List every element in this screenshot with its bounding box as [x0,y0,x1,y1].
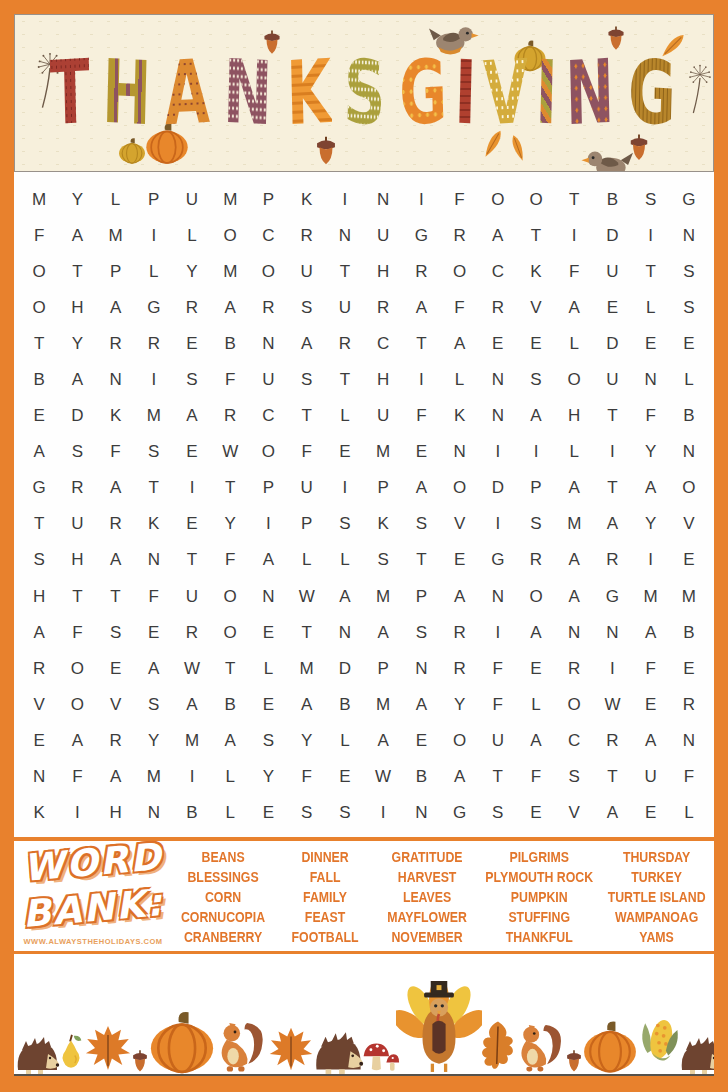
grid-cell[interactable]: V [20,686,58,722]
grid-cell[interactable]: A [402,289,440,325]
grid-cell[interactable]: N [593,614,631,650]
grid-cell[interactable]: I [479,434,517,470]
grid-cell[interactable]: L [670,795,708,831]
grid-cell[interactable]: T [326,253,364,289]
grid-cell[interactable]: S [364,542,402,578]
grid-cell[interactable]: F [288,759,326,795]
grid-cell[interactable]: O [20,289,58,325]
grid-cell[interactable]: V [96,686,134,722]
grid-cell[interactable]: M [288,650,326,686]
grid-cell[interactable]: E [249,795,287,831]
grid-cell[interactable]: E [20,398,58,434]
grid-cell[interactable]: B [173,795,211,831]
grid-cell[interactable]: T [517,217,555,253]
grid-cell[interactable]: R [440,650,478,686]
grid-cell[interactable]: F [555,253,593,289]
grid-cell[interactable]: E [249,686,287,722]
grid-cell[interactable]: D [58,398,96,434]
grid-cell[interactable]: R [20,650,58,686]
grid-cell[interactable]: R [593,722,631,758]
grid-cell[interactable]: T [555,181,593,217]
grid-cell[interactable]: M [632,578,670,614]
grid-cell[interactable]: L [135,253,173,289]
grid-cell[interactable]: U [173,578,211,614]
grid-cell[interactable]: T [593,759,631,795]
grid-cell[interactable]: S [402,614,440,650]
grid-cell[interactable]: I [593,650,631,686]
grid-cell[interactable]: A [58,361,96,397]
grid-cell[interactable]: M [20,181,58,217]
grid-cell[interactable]: A [20,434,58,470]
grid-cell[interactable]: E [173,325,211,361]
grid-cell[interactable]: F [96,434,134,470]
grid-cell[interactable]: E [517,795,555,831]
grid-cell[interactable]: Y [135,722,173,758]
grid-cell[interactable]: O [211,217,249,253]
grid-cell[interactable]: R [58,470,96,506]
grid-cell[interactable]: S [135,686,173,722]
grid-cell[interactable]: T [288,398,326,434]
grid-cell[interactable]: U [288,253,326,289]
grid-cell[interactable]: D [593,325,631,361]
grid-cell[interactable]: S [670,289,708,325]
grid-cell[interactable]: E [479,325,517,361]
grid-cell[interactable]: Y [58,181,96,217]
grid-cell[interactable]: L [517,686,555,722]
grid-cell[interactable]: A [593,795,631,831]
grid-cell[interactable]: G [593,578,631,614]
grid-cell[interactable]: P [288,506,326,542]
grid-cell[interactable]: R [249,289,287,325]
grid-cell[interactable]: O [517,181,555,217]
grid-cell[interactable]: T [402,542,440,578]
grid-cell[interactable]: S [517,506,555,542]
grid-cell[interactable]: S [632,181,670,217]
grid-cell[interactable]: S [288,289,326,325]
grid-cell[interactable]: P [517,470,555,506]
grid-cell[interactable]: Y [632,434,670,470]
grid-cell[interactable]: S [326,795,364,831]
grid-cell[interactable]: V [440,506,478,542]
grid-cell[interactable]: T [96,578,134,614]
grid-cell[interactable]: A [173,686,211,722]
grid-cell[interactable]: L [632,289,670,325]
grid-cell[interactable]: F [440,181,478,217]
grid-cell[interactable]: M [364,686,402,722]
grid-cell[interactable]: I [58,795,96,831]
grid-cell[interactable]: R [670,686,708,722]
grid-cell[interactable]: B [211,686,249,722]
grid-cell[interactable]: S [288,795,326,831]
grid-cell[interactable]: L [288,542,326,578]
grid-cell[interactable]: R [479,289,517,325]
grid-cell[interactable]: L [326,398,364,434]
grid-cell[interactable]: P [135,181,173,217]
grid-cell[interactable]: E [326,759,364,795]
grid-cell[interactable]: Y [249,759,287,795]
grid-cell[interactable]: S [555,759,593,795]
grid-cell[interactable]: F [58,759,96,795]
grid-cell[interactable]: I [593,434,631,470]
grid-cell[interactable]: M [135,759,173,795]
grid-cell[interactable]: E [632,795,670,831]
grid-cell[interactable]: R [593,542,631,578]
grid-cell[interactable]: O [211,614,249,650]
grid-cell[interactable]: A [211,289,249,325]
grid-cell[interactable]: H [96,795,134,831]
grid-cell[interactable]: I [632,217,670,253]
grid-cell[interactable]: U [479,722,517,758]
grid-cell[interactable]: W [173,650,211,686]
grid-cell[interactable]: N [479,398,517,434]
grid-cell[interactable]: V [517,289,555,325]
grid-cell[interactable]: C [479,253,517,289]
grid-cell[interactable]: N [402,650,440,686]
grid-cell[interactable]: H [555,398,593,434]
grid-cell[interactable]: C [555,722,593,758]
grid-cell[interactable]: F [479,650,517,686]
grid-cell[interactable]: E [402,722,440,758]
grid-cell[interactable]: O [479,181,517,217]
grid-cell[interactable]: A [364,722,402,758]
grid-cell[interactable]: A [593,506,631,542]
grid-cell[interactable]: A [364,614,402,650]
grid-cell[interactable]: R [96,506,134,542]
grid-cell[interactable]: I [326,181,364,217]
grid-cell[interactable]: E [20,722,58,758]
grid-cell[interactable]: L [211,759,249,795]
grid-cell[interactable]: A [211,722,249,758]
grid-cell[interactable]: Y [440,686,478,722]
grid-cell[interactable]: A [288,325,326,361]
grid-cell[interactable]: N [670,722,708,758]
grid-cell[interactable]: I [135,361,173,397]
grid-cell[interactable]: A [173,398,211,434]
grid-cell[interactable]: R [517,542,555,578]
grid-cell[interactable]: A [479,217,517,253]
grid-cell[interactable]: Y [632,506,670,542]
grid-cell[interactable]: K [517,253,555,289]
grid-cell[interactable]: I [173,470,211,506]
grid-cell[interactable]: W [211,434,249,470]
grid-cell[interactable]: S [326,506,364,542]
grid-cell[interactable]: A [632,470,670,506]
grid-cell[interactable]: E [632,325,670,361]
grid-cell[interactable]: B [670,398,708,434]
grid-cell[interactable]: L [326,722,364,758]
grid-cell[interactable]: Y [58,325,96,361]
grid-cell[interactable]: M [364,578,402,614]
grid-cell[interactable]: S [96,614,134,650]
grid-cell[interactable]: Y [173,253,211,289]
grid-cell[interactable]: O [440,470,478,506]
grid-cell[interactable]: L [555,434,593,470]
grid-cell[interactable]: I [479,506,517,542]
grid-cell[interactable]: E [249,614,287,650]
grid-cell[interactable]: O [670,470,708,506]
grid-cell[interactable]: S [173,361,211,397]
grid-cell[interactable]: L [326,542,364,578]
grid-cell[interactable]: Y [288,722,326,758]
grid-cell[interactable]: S [58,434,96,470]
grid-cell[interactable]: I [173,759,211,795]
grid-cell[interactable]: T [593,398,631,434]
grid-cell[interactable]: Y [211,506,249,542]
grid-cell[interactable]: H [20,578,58,614]
word-search-grid[interactable]: MYLPUMPKINIFOOTBSGFAMILOCRNUGRATIDINOTPL… [20,181,708,831]
grid-cell[interactable]: A [517,398,555,434]
grid-cell[interactable]: A [632,722,670,758]
grid-cell[interactable]: E [670,650,708,686]
grid-cell[interactable]: A [555,578,593,614]
grid-cell[interactable]: A [20,614,58,650]
grid-cell[interactable]: S [402,506,440,542]
grid-cell[interactable]: N [670,434,708,470]
grid-cell[interactable]: U [58,506,96,542]
grid-cell[interactable]: N [555,614,593,650]
grid-cell[interactable]: G [440,795,478,831]
grid-cell[interactable]: N [364,181,402,217]
grid-cell[interactable]: I [402,181,440,217]
grid-cell[interactable]: S [135,434,173,470]
grid-cell[interactable]: G [135,289,173,325]
grid-cell[interactable]: W [593,686,631,722]
grid-cell[interactable]: I [402,361,440,397]
grid-cell[interactable]: F [632,650,670,686]
grid-cell[interactable]: E [632,686,670,722]
grid-cell[interactable]: K [440,398,478,434]
grid-cell[interactable]: C [249,398,287,434]
grid-cell[interactable]: A [58,217,96,253]
grid-cell[interactable]: U [288,470,326,506]
grid-cell[interactable]: A [440,759,478,795]
grid-cell[interactable]: O [20,253,58,289]
grid-cell[interactable]: F [288,434,326,470]
grid-cell[interactable]: E [135,614,173,650]
grid-cell[interactable]: E [593,289,631,325]
grid-cell[interactable]: C [249,217,287,253]
grid-cell[interactable]: N [670,217,708,253]
grid-cell[interactable]: F [211,361,249,397]
grid-cell[interactable]: O [58,650,96,686]
grid-cell[interactable]: T [211,470,249,506]
grid-cell[interactable]: E [670,542,708,578]
grid-cell[interactable]: T [288,614,326,650]
grid-cell[interactable]: O [249,253,287,289]
grid-cell[interactable]: T [402,325,440,361]
grid-cell[interactable]: H [58,289,96,325]
grid-cell[interactable]: U [632,759,670,795]
grid-cell[interactable]: I [479,614,517,650]
grid-cell[interactable]: F [20,217,58,253]
grid-cell[interactable]: O [211,578,249,614]
grid-cell[interactable]: P [364,650,402,686]
grid-cell[interactable]: M [211,253,249,289]
grid-cell[interactable]: A [288,686,326,722]
grid-cell[interactable]: R [326,325,364,361]
grid-cell[interactable]: I [364,795,402,831]
grid-cell[interactable]: E [517,650,555,686]
grid-cell[interactable]: A [249,542,287,578]
grid-cell[interactable]: M [670,578,708,614]
grid-cell[interactable]: A [440,578,478,614]
grid-cell[interactable]: P [402,578,440,614]
grid-cell[interactable]: H [364,253,402,289]
grid-cell[interactable]: E [517,325,555,361]
grid-cell[interactable]: R [211,398,249,434]
grid-cell[interactable]: A [517,614,555,650]
grid-cell[interactable]: T [211,650,249,686]
grid-cell[interactable]: L [211,795,249,831]
grid-cell[interactable]: E [326,434,364,470]
grid-cell[interactable]: G [20,470,58,506]
grid-cell[interactable]: P [249,181,287,217]
grid-cell[interactable]: R [555,650,593,686]
grid-cell[interactable]: G [670,181,708,217]
grid-cell[interactable]: M [211,181,249,217]
grid-cell[interactable]: L [670,361,708,397]
grid-cell[interactable]: B [211,325,249,361]
grid-cell[interactable]: R [402,253,440,289]
grid-cell[interactable]: E [402,434,440,470]
grid-cell[interactable]: M [96,217,134,253]
grid-cell[interactable]: R [173,614,211,650]
grid-cell[interactable]: D [326,650,364,686]
grid-cell[interactable]: O [555,686,593,722]
grid-cell[interactable]: A [326,578,364,614]
grid-cell[interactable]: T [326,361,364,397]
grid-cell[interactable]: E [173,506,211,542]
grid-cell[interactable]: S [479,795,517,831]
grid-cell[interactable]: T [593,470,631,506]
grid-cell[interactable]: B [20,361,58,397]
grid-cell[interactable]: V [555,795,593,831]
grid-cell[interactable]: E [440,542,478,578]
grid-cell[interactable]: M [173,722,211,758]
grid-cell[interactable]: G [479,542,517,578]
grid-cell[interactable]: A [402,470,440,506]
grid-cell[interactable]: D [479,470,517,506]
grid-cell[interactable]: P [96,253,134,289]
grid-cell[interactable]: L [173,217,211,253]
grid-cell[interactable]: N [249,325,287,361]
grid-cell[interactable]: B [326,686,364,722]
grid-cell[interactable]: U [364,217,402,253]
grid-cell[interactable]: A [96,542,134,578]
grid-cell[interactable]: A [632,614,670,650]
grid-cell[interactable]: R [288,217,326,253]
grid-cell[interactable]: B [670,614,708,650]
grid-cell[interactable]: K [364,506,402,542]
grid-cell[interactable]: N [440,434,478,470]
grid-cell[interactable]: E [96,650,134,686]
grid-cell[interactable]: T [20,506,58,542]
grid-cell[interactable]: H [58,542,96,578]
grid-cell[interactable]: A [440,325,478,361]
grid-cell[interactable]: P [249,470,287,506]
grid-cell[interactable]: A [96,759,134,795]
grid-cell[interactable]: E [173,434,211,470]
grid-cell[interactable]: F [402,398,440,434]
grid-cell[interactable]: R [440,217,478,253]
grid-cell[interactable]: T [135,470,173,506]
grid-cell[interactable]: U [593,253,631,289]
grid-cell[interactable]: H [364,361,402,397]
grid-cell[interactable]: F [517,759,555,795]
grid-cell[interactable]: R [173,289,211,325]
grid-cell[interactable]: F [211,542,249,578]
grid-cell[interactable]: L [96,181,134,217]
grid-cell[interactable]: E [670,325,708,361]
grid-cell[interactable]: W [288,578,326,614]
grid-cell[interactable]: I [555,217,593,253]
grid-cell[interactable]: T [58,578,96,614]
grid-cell[interactable]: R [135,325,173,361]
grid-cell[interactable]: L [249,650,287,686]
grid-cell[interactable]: B [402,759,440,795]
grid-cell[interactable]: N [479,361,517,397]
grid-cell[interactable]: N [96,361,134,397]
grid-cell[interactable]: A [517,722,555,758]
grid-cell[interactable]: K [135,506,173,542]
grid-cell[interactable]: S [517,361,555,397]
grid-cell[interactable]: T [479,759,517,795]
grid-cell[interactable]: N [135,542,173,578]
grid-cell[interactable]: R [364,289,402,325]
grid-cell[interactable]: I [135,217,173,253]
grid-cell[interactable]: T [58,253,96,289]
grid-cell[interactable]: O [440,722,478,758]
grid-cell[interactable]: M [555,506,593,542]
grid-cell[interactable]: T [632,253,670,289]
grid-cell[interactable]: V [670,506,708,542]
grid-cell[interactable]: N [249,578,287,614]
grid-cell[interactable]: U [249,361,287,397]
grid-cell[interactable]: S [288,361,326,397]
grid-cell[interactable]: R [440,614,478,650]
grid-cell[interactable]: I [326,470,364,506]
grid-cell[interactable]: P [364,470,402,506]
grid-cell[interactable]: F [440,289,478,325]
grid-cell[interactable]: N [479,578,517,614]
grid-cell[interactable]: A [555,470,593,506]
grid-cell[interactable]: U [364,398,402,434]
grid-cell[interactable]: N [326,217,364,253]
grid-cell[interactable]: S [20,542,58,578]
grid-cell[interactable]: K [288,181,326,217]
grid-cell[interactable]: M [135,398,173,434]
grid-cell[interactable]: T [20,325,58,361]
grid-cell[interactable]: O [440,253,478,289]
grid-cell[interactable]: M [364,434,402,470]
grid-cell[interactable]: F [135,578,173,614]
grid-cell[interactable]: I [632,542,670,578]
grid-cell[interactable]: N [632,361,670,397]
grid-cell[interactable]: A [555,542,593,578]
grid-cell[interactable]: O [555,361,593,397]
grid-cell[interactable]: O [517,578,555,614]
grid-cell[interactable]: A [135,650,173,686]
grid-cell[interactable]: A [96,470,134,506]
grid-cell[interactable]: F [479,686,517,722]
grid-cell[interactable]: L [440,361,478,397]
grid-cell[interactable]: O [249,434,287,470]
grid-cell[interactable]: U [173,181,211,217]
grid-cell[interactable]: G [402,217,440,253]
grid-cell[interactable]: U [326,289,364,325]
grid-cell[interactable]: F [670,759,708,795]
grid-cell[interactable]: U [593,361,631,397]
